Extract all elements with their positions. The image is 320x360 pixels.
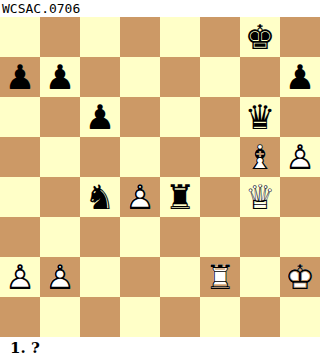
white-rook-outline: ♖	[200, 257, 240, 297]
black-queen: ♛	[240, 97, 280, 137]
square-c4[interactable]: ♞	[80, 177, 120, 217]
square-b7[interactable]: ♟	[40, 57, 80, 97]
square-c7[interactable]	[80, 57, 120, 97]
white-queen: ♛♕	[240, 177, 280, 217]
square-h1[interactable]	[280, 297, 320, 337]
chess-diagram-app: WCSAC.0706 ♚♟♟♟♟♛♝♗♟♙♞♟♙♜♛♕♟♙♟♙♜♖♚♔ 1. ?	[0, 0, 320, 360]
square-g2[interactable]	[240, 257, 280, 297]
square-c5[interactable]	[80, 137, 120, 177]
square-b4[interactable]	[40, 177, 80, 217]
square-e4[interactable]: ♜	[160, 177, 200, 217]
square-b1[interactable]	[40, 297, 80, 337]
square-e1[interactable]	[160, 297, 200, 337]
square-g4[interactable]: ♛♕	[240, 177, 280, 217]
square-e8[interactable]	[160, 17, 200, 57]
square-d8[interactable]	[120, 17, 160, 57]
square-c2[interactable]	[80, 257, 120, 297]
square-a7[interactable]: ♟	[0, 57, 40, 97]
white-rook: ♜♖	[200, 257, 240, 297]
square-e7[interactable]	[160, 57, 200, 97]
square-g8[interactable]: ♚	[240, 17, 280, 57]
square-h5[interactable]: ♟♙	[280, 137, 320, 177]
white-bishop-outline: ♗	[240, 137, 280, 177]
page-title: WCSAC.0706	[0, 0, 320, 17]
square-a1[interactable]	[0, 297, 40, 337]
square-d1[interactable]	[120, 297, 160, 337]
black-pawn: ♟	[80, 97, 120, 137]
square-d4[interactable]: ♟♙	[120, 177, 160, 217]
chess-board: ♚♟♟♟♟♛♝♗♟♙♞♟♙♜♛♕♟♙♟♙♜♖♚♔	[0, 17, 320, 337]
square-f2[interactable]: ♜♖	[200, 257, 240, 297]
square-d6[interactable]	[120, 97, 160, 137]
square-f6[interactable]	[200, 97, 240, 137]
square-g7[interactable]	[240, 57, 280, 97]
white-pawn: ♟♙	[280, 137, 320, 177]
white-bishop: ♝♗	[240, 137, 280, 177]
white-pawn: ♟♙	[0, 257, 40, 297]
move-prompt: 1. ?	[0, 337, 320, 360]
square-a5[interactable]	[0, 137, 40, 177]
white-pawn-outline: ♙	[120, 177, 160, 217]
square-c8[interactable]	[80, 17, 120, 57]
square-a3[interactable]	[0, 217, 40, 257]
white-pawn-outline: ♙	[40, 257, 80, 297]
square-d2[interactable]	[120, 257, 160, 297]
square-d7[interactable]	[120, 57, 160, 97]
square-g5[interactable]: ♝♗	[240, 137, 280, 177]
square-g3[interactable]	[240, 217, 280, 257]
square-e6[interactable]	[160, 97, 200, 137]
square-c6[interactable]: ♟	[80, 97, 120, 137]
square-b3[interactable]	[40, 217, 80, 257]
square-h3[interactable]	[280, 217, 320, 257]
square-f3[interactable]	[200, 217, 240, 257]
square-h6[interactable]	[280, 97, 320, 137]
white-pawn: ♟♙	[40, 257, 80, 297]
square-f4[interactable]	[200, 177, 240, 217]
square-b6[interactable]	[40, 97, 80, 137]
white-pawn: ♟♙	[120, 177, 160, 217]
black-rook: ♜	[160, 177, 200, 217]
square-e3[interactable]	[160, 217, 200, 257]
square-h8[interactable]	[280, 17, 320, 57]
square-f8[interactable]	[200, 17, 240, 57]
square-d3[interactable]	[120, 217, 160, 257]
square-e2[interactable]	[160, 257, 200, 297]
white-king: ♚♔	[280, 257, 320, 297]
square-d5[interactable]	[120, 137, 160, 177]
square-e5[interactable]	[160, 137, 200, 177]
black-king: ♚	[240, 17, 280, 57]
square-h4[interactable]	[280, 177, 320, 217]
square-g1[interactable]	[240, 297, 280, 337]
black-pawn: ♟	[40, 57, 80, 97]
white-queen-outline: ♕	[240, 177, 280, 217]
square-b8[interactable]	[40, 17, 80, 57]
square-b2[interactable]: ♟♙	[40, 257, 80, 297]
black-pawn: ♟	[280, 57, 320, 97]
square-c3[interactable]	[80, 217, 120, 257]
white-pawn-outline: ♙	[280, 137, 320, 177]
square-f5[interactable]	[200, 137, 240, 177]
square-f7[interactable]	[200, 57, 240, 97]
square-g6[interactable]: ♛	[240, 97, 280, 137]
black-pawn: ♟	[0, 57, 40, 97]
white-pawn-outline: ♙	[0, 257, 40, 297]
square-h2[interactable]: ♚♔	[280, 257, 320, 297]
square-a2[interactable]: ♟♙	[0, 257, 40, 297]
square-a6[interactable]	[0, 97, 40, 137]
black-knight: ♞	[80, 177, 120, 217]
white-king-outline: ♔	[280, 257, 320, 297]
square-f1[interactable]	[200, 297, 240, 337]
square-a8[interactable]	[0, 17, 40, 57]
square-b5[interactable]	[40, 137, 80, 177]
square-h7[interactable]: ♟	[280, 57, 320, 97]
square-a4[interactable]	[0, 177, 40, 217]
square-c1[interactable]	[80, 297, 120, 337]
